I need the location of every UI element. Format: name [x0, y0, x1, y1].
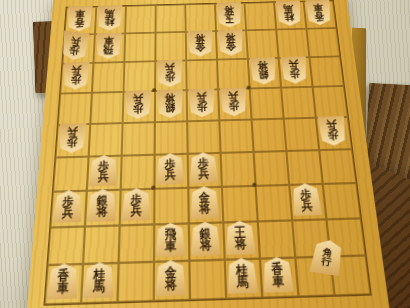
piece-kanji: 馬 [105, 9, 115, 18]
piece-kanji: 車 [56, 281, 69, 294]
board-square[interactable] [276, 29, 309, 58]
piece-kanji: 将 [165, 278, 177, 291]
piece-kanji: 車 [165, 239, 177, 251]
board-square[interactable] [89, 123, 123, 157]
piece-kanji: 銀 [258, 71, 269, 81]
board-square[interactable] [246, 30, 279, 59]
board-square[interactable] [53, 157, 89, 192]
piece-kanji: 兵 [67, 128, 78, 138]
board-square[interactable] [252, 119, 287, 152]
board-square[interactable] [319, 149, 356, 184]
piece-kanji: 兵 [130, 204, 142, 216]
board-square[interactable] [154, 188, 189, 225]
board-square[interactable] [284, 118, 320, 151]
piece-kanji: 歩 [165, 73, 175, 83]
piece-kanji: 飛 [103, 46, 113, 55]
board-square[interactable] [58, 93, 92, 125]
board-square[interactable] [189, 260, 226, 300]
board-square[interactable] [185, 4, 216, 32]
board-square[interactable] [244, 2, 276, 30]
piece-kanji: 銀 [165, 104, 176, 114]
board-square[interactable] [155, 32, 186, 61]
piece-kanji: 兵 [288, 61, 299, 70]
board-square[interactable] [222, 186, 258, 223]
board-square[interactable] [219, 120, 253, 153]
board-square[interactable] [186, 60, 218, 91]
piece-kanji: 車 [313, 4, 324, 13]
piece-kanji: 兵 [165, 168, 176, 179]
board-square[interactable] [281, 87, 316, 119]
board-square[interactable] [124, 61, 156, 92]
board-square[interactable] [256, 185, 293, 221]
piece-kanji: 兵 [301, 199, 313, 210]
board-square[interactable] [83, 225, 120, 264]
board-square[interactable] [254, 151, 290, 186]
piece-kanji: 将 [200, 238, 212, 250]
piece-kanji: 歩 [197, 103, 208, 113]
board-square[interactable] [117, 262, 154, 302]
piece-kanji: 兵 [228, 92, 239, 102]
piece-kanji: 将 [257, 61, 268, 70]
board-square[interactable] [306, 28, 340, 57]
piece-kanji: 玉 [224, 15, 234, 24]
board-square[interactable] [121, 155, 155, 190]
board-square[interactable] [258, 220, 295, 258]
piece-kanji: 兵 [133, 95, 144, 105]
piece-kanji: 将 [225, 34, 235, 43]
piece-kanji: 兵 [71, 66, 82, 76]
piece-kanji: 桂 [104, 18, 114, 27]
board-square[interactable] [155, 121, 188, 154]
board-square[interactable] [250, 88, 284, 120]
piece-kanji: 将 [195, 34, 205, 43]
board-square[interactable] [48, 226, 85, 265]
piece-kanji: 兵 [198, 167, 209, 178]
board-square[interactable] [221, 152, 256, 187]
piece-kanji: 歩 [70, 76, 81, 86]
piece-kanji: 香 [314, 12, 325, 21]
piece-kanji: 歩 [327, 131, 339, 141]
captured-piece-kanji: 行 [321, 256, 332, 266]
piece-kanji: 馬 [93, 280, 105, 293]
piece-kanji: 将 [224, 6, 234, 15]
piece-kanji: 兵 [62, 206, 74, 218]
piece-kanji: 歩 [289, 70, 300, 80]
piece-kanji: 馬 [236, 275, 248, 288]
board-square[interactable] [125, 5, 155, 33]
piece-kanji: 車 [272, 274, 285, 287]
piece-kanji: 車 [75, 10, 85, 19]
piece-kanji: 将 [234, 237, 246, 249]
piece-kanji: 桂 [284, 13, 295, 22]
piece-kanji: 将 [96, 205, 108, 217]
board-square[interactable] [92, 62, 124, 93]
piece-kanji: 金 [226, 42, 237, 51]
board-square[interactable] [187, 120, 220, 153]
piece-kanji: 兵 [196, 93, 207, 103]
piece-kanji: 歩 [133, 104, 144, 114]
piece-kanji: 兵 [98, 170, 109, 181]
board-square[interactable] [124, 33, 155, 62]
board-square[interactable] [119, 224, 155, 262]
board-square[interactable] [90, 92, 123, 124]
star-point [247, 86, 251, 90]
board-square[interactable] [217, 59, 250, 90]
piece-kanji: 歩 [66, 138, 77, 149]
piece-kanji: 金 [195, 43, 205, 52]
shogi-photo-stage: 香車桂馬玉将桂馬香車飛車金将金将歩兵歩兵銀将歩兵歩兵銀将歩兵歩兵歩兵歩兵歩兵歩兵… [0, 0, 410, 308]
piece-kanji: 馬 [283, 5, 294, 14]
board-square[interactable] [309, 56, 343, 86]
piece-kanji: 兵 [165, 64, 175, 73]
piece-kanji: 車 [104, 37, 114, 46]
board-square[interactable] [122, 122, 155, 155]
board-square[interactable] [155, 4, 185, 32]
piece-kanji: 歩 [228, 102, 239, 112]
board-square[interactable] [286, 150, 322, 185]
board-square[interactable] [323, 183, 361, 219]
star-point [252, 183, 256, 187]
board-square[interactable] [313, 86, 348, 118]
piece-kanji: 兵 [326, 121, 338, 131]
piece-kanji: 香 [74, 18, 84, 27]
piece-kanji: 将 [165, 94, 176, 104]
piece-kanji: 将 [199, 202, 211, 213]
captured-piece-kanji: 兵 [70, 36, 81, 46]
